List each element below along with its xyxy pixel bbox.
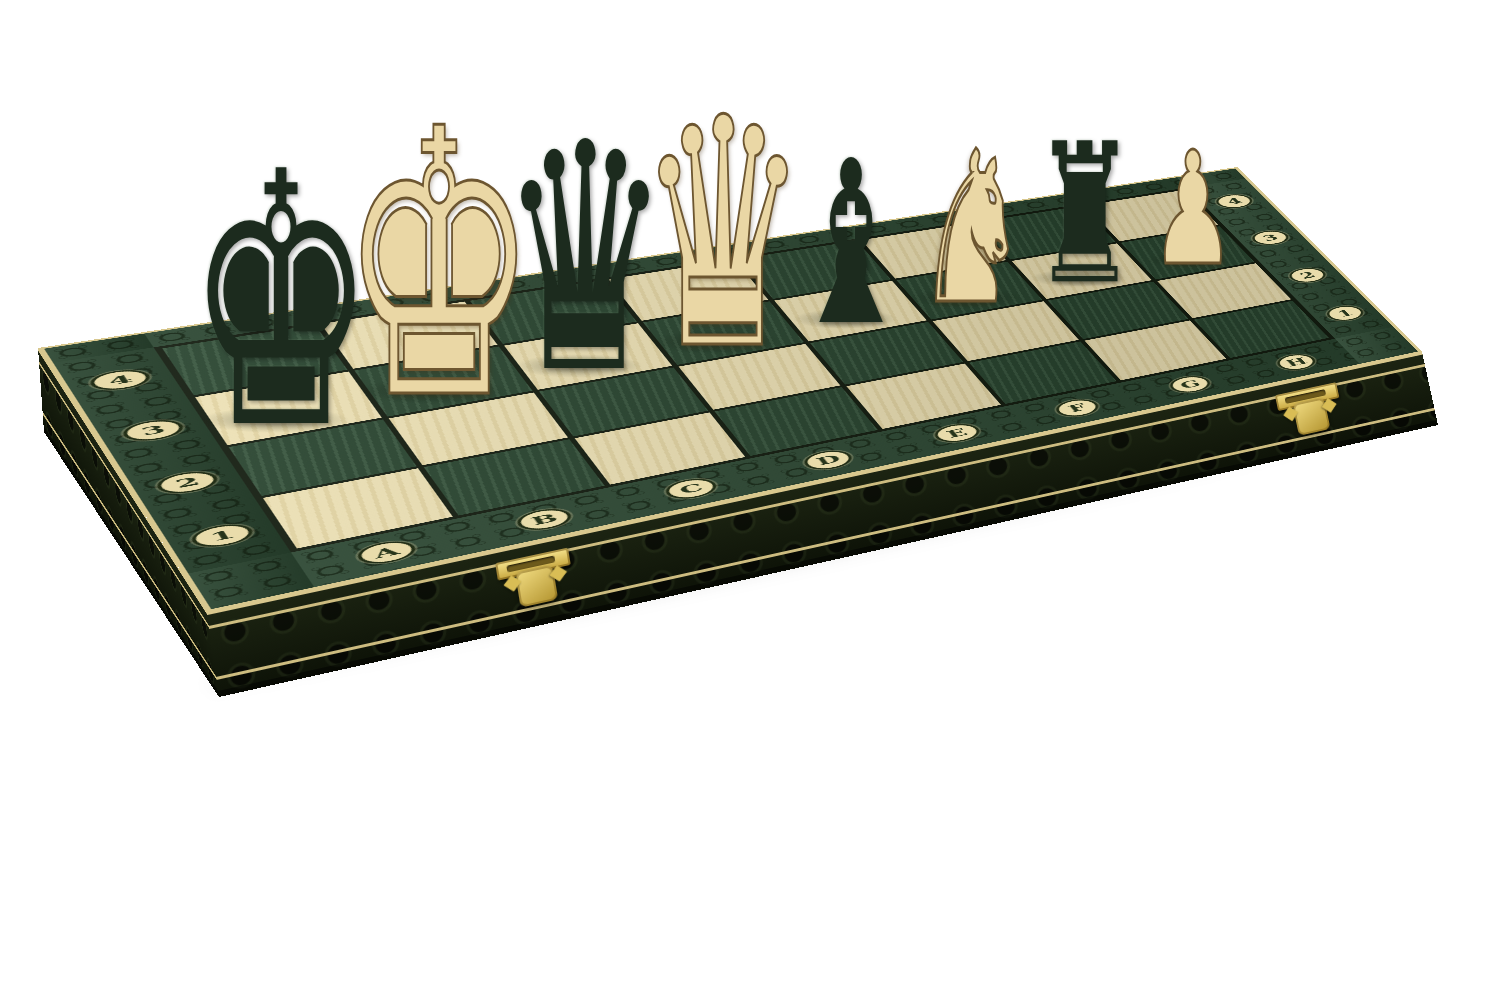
file-label-f: F xyxy=(1050,396,1103,419)
latch-plate-icon xyxy=(1292,398,1330,436)
file-label-h: H xyxy=(1272,351,1320,372)
rank-label-3: 3 xyxy=(1247,229,1293,248)
latch-plate-icon xyxy=(515,565,558,608)
file-label-g: G xyxy=(1165,373,1216,395)
rank-label-2: 2 xyxy=(152,468,222,497)
file-label-c: C xyxy=(660,475,721,502)
rank-label-2: 2 xyxy=(1284,266,1330,285)
file-label-b: B xyxy=(512,505,577,533)
rank-label-4: 4 xyxy=(1211,192,1257,210)
product-photo-stage: 4321 4321 ABCDEFGH ♚♚♛♛♝♞♜♟ xyxy=(0,0,1500,1000)
brass-latch-right xyxy=(1275,382,1346,441)
rank-label-3: 3 xyxy=(118,417,188,445)
rank-label-1: 1 xyxy=(187,521,258,551)
file-label-a: A xyxy=(352,537,420,567)
rank-label-4: 4 xyxy=(85,367,154,393)
file-label-e: E xyxy=(929,421,985,445)
brass-latch-left xyxy=(495,548,576,614)
rank-label-1: 1 xyxy=(1322,303,1369,323)
file-label-d: D xyxy=(799,447,857,473)
